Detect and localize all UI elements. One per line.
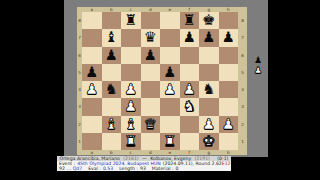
rank-label-5: 5	[238, 64, 247, 81]
square-g6[interactable]	[199, 47, 219, 64]
square-h3[interactable]	[219, 98, 239, 115]
white-knight: ♞	[183, 98, 196, 115]
white-rook: ♜	[163, 133, 176, 150]
square-c3[interactable]: ♟	[121, 98, 141, 115]
square-g7[interactable]: ♟	[199, 29, 219, 46]
square-d3[interactable]	[141, 98, 161, 115]
rank-label-6: 6	[238, 47, 247, 64]
square-g2[interactable]: ♟	[199, 116, 219, 133]
square-g5[interactable]	[199, 64, 219, 81]
square-a6[interactable]	[82, 47, 102, 64]
black-pawn: ♟	[222, 29, 235, 46]
material-tray: ♟ ♟	[251, 55, 265, 75]
square-e6[interactable]	[160, 47, 180, 64]
square-d8[interactable]	[141, 12, 161, 29]
square-f8[interactable]: ♜	[180, 12, 200, 29]
file-labels-bottom: abcdefgh	[82, 150, 238, 155]
move-info-line: 92 ... Qd7 Eval : 0.53 Length : 93 Mater…	[57, 166, 231, 171]
rank-label-7: 7	[238, 29, 247, 46]
black-knight: ♞	[202, 81, 215, 98]
white-pawn: ♟	[202, 116, 215, 133]
file-label-c: c	[121, 150, 141, 155]
square-f3[interactable]: ♞	[180, 98, 200, 115]
square-e2[interactable]	[160, 116, 180, 133]
square-h6[interactable]	[219, 47, 239, 64]
square-c2[interactable]: ♝	[121, 116, 141, 133]
square-a5[interactable]: ♟	[82, 64, 102, 81]
white-player-name: Ortega Arancibia, Mariano	[60, 156, 120, 161]
black-rook: ♜	[183, 12, 196, 29]
square-a8[interactable]	[82, 12, 102, 29]
square-f2[interactable]	[180, 116, 200, 133]
square-b6[interactable]: ♟	[102, 47, 122, 64]
white-player-elo: (2161)	[123, 156, 138, 161]
file-label-h: h	[219, 150, 239, 155]
black-pawn: ♟	[105, 47, 118, 64]
square-b8[interactable]	[102, 12, 122, 29]
square-g8[interactable]: ♚	[199, 12, 219, 29]
eval-value: 0.53	[103, 166, 113, 171]
move-number: 92	[59, 166, 65, 171]
rank-label-8: 8	[238, 12, 247, 29]
square-f4[interactable]: ♟	[180, 81, 200, 98]
square-h2[interactable]: ♟	[219, 116, 239, 133]
square-e5[interactable]: ♟	[160, 64, 180, 81]
file-label-f: f	[180, 150, 200, 155]
square-b5[interactable]	[102, 64, 122, 81]
square-h5[interactable]	[219, 64, 239, 81]
square-h7[interactable]: ♟	[219, 29, 239, 46]
black-knight: ♞	[105, 81, 118, 98]
black-queen: ♛	[144, 29, 157, 46]
white-pawn: ♟	[222, 116, 235, 133]
square-a4[interactable]: ♟	[82, 81, 102, 98]
square-a3[interactable]	[82, 98, 102, 115]
game-result: (0-1)	[217, 156, 228, 161]
square-d6[interactable]: ♟	[141, 47, 161, 64]
square-g3[interactable]	[199, 98, 219, 115]
square-c4[interactable]: ♟	[121, 81, 141, 98]
rank-label-3: 3	[238, 98, 247, 115]
square-e1[interactable]: ♜	[160, 133, 180, 150]
rank-label-1: 1	[238, 133, 247, 150]
square-c1[interactable]: ♜	[121, 133, 141, 150]
square-a2[interactable]	[82, 116, 102, 133]
eco-code: E12	[222, 161, 231, 166]
square-b3[interactable]	[102, 98, 122, 115]
black-pawn: ♟	[202, 29, 215, 46]
square-d1[interactable]	[141, 133, 161, 150]
file-label-d: d	[141, 150, 161, 155]
square-e4[interactable]: ♟	[160, 81, 180, 98]
square-a7[interactable]	[82, 29, 102, 46]
square-c6[interactable]	[121, 47, 141, 64]
square-c8[interactable]: ♜	[121, 12, 141, 29]
material-white-pawn-icon: ♟	[251, 65, 265, 75]
black-king: ♚	[202, 12, 215, 29]
square-h4[interactable]	[219, 81, 239, 98]
square-a1[interactable]	[82, 133, 102, 150]
square-e8[interactable]	[160, 12, 180, 29]
white-pawn: ♟	[85, 81, 98, 98]
last-move: ... Qd7	[67, 166, 82, 171]
material-value: 0	[176, 166, 179, 171]
square-f7[interactable]: ♟	[180, 29, 200, 46]
square-f5[interactable]	[180, 64, 200, 81]
black-player-name: Kolbanov, Evgeny	[150, 156, 191, 161]
white-queen: ♛	[144, 116, 157, 133]
square-b2[interactable]: ♝	[102, 116, 122, 133]
eval-label: Eval :	[88, 166, 101, 171]
square-f1[interactable]	[180, 133, 200, 150]
caption-bar: Ortega Arancibia, Mariano (2161) — Kolba…	[57, 156, 231, 171]
square-f6[interactable]	[180, 47, 200, 64]
square-e3[interactable]	[160, 98, 180, 115]
square-c7[interactable]	[121, 29, 141, 46]
white-rook: ♜	[124, 133, 137, 150]
file-label-e: e	[160, 150, 180, 155]
file-label-g: g	[199, 150, 219, 155]
white-pawn: ♟	[124, 81, 137, 98]
black-player-elo: (2191)	[195, 156, 210, 161]
file-label-a: a	[82, 150, 102, 155]
square-b4[interactable]: ♞	[102, 81, 122, 98]
square-b1[interactable]	[102, 133, 122, 150]
square-d5[interactable]	[141, 64, 161, 81]
square-c5[interactable]	[121, 64, 141, 81]
white-king: ♚	[202, 133, 215, 150]
black-bishop: ♝	[105, 29, 118, 46]
square-g4[interactable]: ♞	[199, 81, 219, 98]
black-pawn: ♟	[144, 47, 157, 64]
rank-label-2: 2	[238, 116, 247, 133]
white-bishop: ♝	[105, 116, 118, 133]
square-h1[interactable]	[219, 133, 239, 150]
length-label: Length :	[119, 166, 138, 171]
black-pawn: ♟	[163, 64, 176, 81]
square-g1[interactable]: ♚	[199, 133, 219, 150]
material-black-pawn-icon: ♟	[251, 55, 265, 65]
black-pawn: ♟	[183, 29, 196, 46]
chess-board[interactable]: ♜♜♚♝♛♟♟♟♟♟♟♟♟♞♟♟♟♞♟♞♝♝♛♟♟♜♜♚	[82, 12, 238, 150]
square-h8[interactable]	[219, 12, 239, 29]
players-separator: —	[142, 156, 147, 161]
square-d7[interactable]: ♛	[141, 29, 161, 46]
rank-labels-right: 87654321	[238, 12, 247, 150]
square-e7[interactable]	[160, 29, 180, 46]
file-label-b: b	[102, 150, 122, 155]
material-label: Material :	[152, 166, 174, 171]
square-d2[interactable]: ♛	[141, 116, 161, 133]
black-pawn: ♟	[85, 64, 98, 81]
square-d4[interactable]	[141, 81, 161, 98]
length-value: 93	[140, 166, 146, 171]
white-pawn: ♟	[124, 98, 137, 115]
white-pawn: ♟	[183, 81, 196, 98]
white-bishop: ♝	[124, 116, 137, 133]
video-content-panel: abcdefgh abcdefgh 87654321 87654321 ♜♜♚♝…	[64, 0, 268, 157]
square-b7[interactable]: ♝	[102, 29, 122, 46]
black-rook: ♜	[124, 12, 137, 29]
white-pawn: ♟	[163, 81, 176, 98]
rank-label-4: 4	[238, 81, 247, 98]
chess-board-frame: abcdefgh abcdefgh 87654321 87654321 ♜♜♚♝…	[77, 7, 247, 155]
